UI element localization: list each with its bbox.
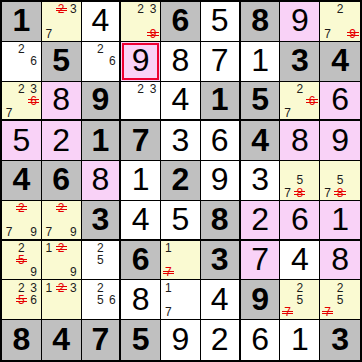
- cell-r4c5[interactable]: 3: [161, 121, 201, 161]
- solved-digit: 4: [291, 243, 309, 275]
- candidate-mark: 5: [294, 294, 306, 306]
- given-digit: 8: [211, 203, 229, 235]
- cell-r3c1[interactable]: 2367: [2, 82, 42, 122]
- cell-r4c8[interactable]: 8: [280, 121, 320, 161]
- candidate-mark-eliminated: 6: [28, 95, 40, 107]
- solved-digit: 3: [251, 163, 269, 195]
- cell-r1c8[interactable]: 9: [280, 2, 320, 42]
- solved-digit: 6: [251, 323, 269, 355]
- given-digit: 4: [52, 323, 70, 355]
- cell-r7c5[interactable]: 17: [161, 241, 201, 281]
- cell-r5c1[interactable]: 4: [2, 161, 42, 201]
- cell-r4c1[interactable]: 5: [2, 121, 42, 161]
- solved-digit: 9: [132, 44, 150, 76]
- candidate-grid: 2367: [3, 83, 40, 119]
- candidate-mark-eliminated: 8: [334, 187, 347, 199]
- cell-r4c4[interactable]: 7: [121, 121, 161, 161]
- candidate-mark: 1: [43, 242, 55, 254]
- candidate-mark: 7: [3, 107, 15, 119]
- cell-r8c4[interactable]: 8: [121, 280, 161, 320]
- solved-digit: 5: [12, 124, 30, 156]
- cell-r8c9[interactable]: 257: [320, 280, 360, 320]
- cell-r9c5[interactable]: 9: [161, 320, 201, 360]
- given-digit: 1: [12, 4, 30, 36]
- cell-r9c8[interactable]: 1: [280, 320, 320, 360]
- candidate-mark: 2: [15, 43, 27, 55]
- candidate-mark: 2: [294, 281, 306, 293]
- cell-r3c3[interactable]: 9: [82, 82, 122, 122]
- solved-digit: 5: [172, 203, 190, 235]
- cell-r6c4[interactable]: 4: [121, 201, 161, 241]
- solved-digit: 4: [132, 203, 150, 235]
- given-digit: 9: [251, 283, 269, 315]
- cell-r9c3[interactable]: 7: [82, 320, 122, 360]
- cell-r2c4[interactable]: 9: [121, 42, 161, 82]
- candidate-grid: 578: [321, 162, 359, 199]
- solved-digit: 9: [331, 124, 349, 156]
- cell-r7c9[interactable]: 8: [320, 241, 360, 281]
- cell-r9c7[interactable]: 6: [241, 320, 281, 360]
- candidate-mark: 2: [94, 43, 106, 55]
- cell-r3c8[interactable]: 267: [280, 82, 320, 122]
- cell-r7c2[interactable]: 129: [42, 241, 82, 281]
- candidate-mark: 5: [334, 294, 347, 306]
- given-digit: 8: [251, 4, 269, 36]
- candidate-grid: 239: [122, 3, 159, 40]
- candidate-mark-eliminated: 7: [281, 306, 293, 318]
- cell-r2c7[interactable]: 1: [241, 42, 281, 82]
- cell-r5c3[interactable]: 8: [82, 161, 122, 201]
- cell-r9c4[interactable]: 5: [121, 320, 161, 360]
- solved-digit: 6: [291, 203, 309, 235]
- cell-r4c9[interactable]: 9: [320, 121, 360, 161]
- cell-r6c3[interactable]: 3: [82, 201, 122, 241]
- candidate-mark: 2: [15, 83, 27, 95]
- cell-r3c5[interactable]: 4: [161, 82, 201, 122]
- candidate-mark: 3: [147, 83, 159, 95]
- candidate-mark: 7: [162, 306, 174, 318]
- solved-digit: 4: [172, 83, 190, 115]
- given-digit: 5: [52, 44, 70, 76]
- cell-r1c2[interactable]: 237: [42, 2, 82, 42]
- candidate-mark: 3: [28, 83, 40, 95]
- cell-r2c8[interactable]: 3: [280, 42, 320, 82]
- cell-r1c9[interactable]: 279: [320, 2, 360, 42]
- solved-digit: 9: [291, 4, 309, 36]
- solved-digit: 8: [52, 83, 70, 115]
- cell-r2c6[interactable]: 7: [201, 42, 241, 82]
- cell-r8c7[interactable]: 9: [241, 280, 281, 320]
- candidate-mark: 9: [67, 226, 79, 238]
- candidate-mark: 3: [67, 3, 79, 15]
- cell-r2c3[interactable]: 26: [82, 42, 122, 82]
- candidate-mark: 5: [294, 174, 306, 186]
- cell-r1c6[interactable]: 5: [201, 2, 241, 42]
- cell-r8c6[interactable]: 4: [201, 280, 241, 320]
- solved-digit: 6: [331, 83, 349, 115]
- given-digit: 8: [12, 323, 30, 355]
- solved-digit: 3: [172, 124, 190, 156]
- cell-r5c5[interactable]: 2: [161, 161, 201, 201]
- cell-r4c6[interactable]: 6: [201, 121, 241, 161]
- solved-digit: 8: [172, 44, 190, 76]
- cell-r5c6[interactable]: 9: [201, 161, 241, 201]
- candidate-grid: 129: [43, 242, 80, 279]
- cell-r2c9[interactable]: 4: [320, 42, 360, 82]
- cell-r8c3[interactable]: 256: [82, 280, 122, 320]
- cell-r7c6[interactable]: 3: [201, 241, 241, 281]
- cell-r5c4[interactable]: 1: [121, 161, 161, 201]
- candidate-mark: 6: [106, 55, 118, 67]
- solved-digit: 1: [331, 203, 349, 235]
- candidate-mark-eliminated: 9: [147, 28, 159, 40]
- candidate-mark: 2: [334, 3, 347, 15]
- candidate-mark: 7: [43, 28, 55, 40]
- cell-r9c9[interactable]: 3: [320, 320, 360, 360]
- candidate-grid: 23: [122, 83, 159, 119]
- candidate-mark-eliminated: 5: [15, 254, 27, 266]
- candidate-grid: 123: [43, 281, 80, 318]
- cell-r1c1[interactable]: 1: [2, 2, 42, 42]
- candidate-mark: 7: [3, 226, 15, 238]
- candidate-grid: 267: [281, 83, 318, 119]
- solved-digit: 8: [132, 283, 150, 315]
- solved-digit: 8: [291, 124, 309, 156]
- cell-r4c7[interactable]: 4: [241, 121, 281, 161]
- candidate-mark: 9: [28, 226, 40, 238]
- cell-r4c2[interactable]: 2: [42, 121, 82, 161]
- candidate-mark: 5: [94, 294, 106, 306]
- given-digit: 7: [92, 323, 110, 355]
- solved-digit: 5: [211, 4, 229, 36]
- cell-r6c7[interactable]: 2: [241, 201, 281, 241]
- candidate-mark-eliminated: 7: [321, 306, 334, 318]
- given-digit: 3: [331, 323, 349, 355]
- candidate-grid: 259: [3, 242, 40, 279]
- solved-digit: 9: [172, 323, 190, 355]
- cell-r5c7[interactable]: 3: [241, 161, 281, 201]
- candidate-mark: 5: [334, 174, 347, 186]
- solved-digit: 8: [92, 163, 110, 195]
- candidate-grid: 26: [3, 43, 40, 80]
- given-digit: 9: [92, 83, 110, 115]
- solved-digit: 2: [211, 323, 229, 355]
- cell-r7c4[interactable]: 6: [121, 241, 161, 281]
- solved-digit: 7: [251, 243, 269, 275]
- candidate-mark: 7: [43, 226, 55, 238]
- cell-r4c3[interactable]: 1: [82, 121, 122, 161]
- candidate-mark: 2: [15, 281, 27, 293]
- cell-r6c2[interactable]: 279: [42, 201, 82, 241]
- given-digit: 6: [52, 163, 70, 195]
- cell-r8c1[interactable]: 2356: [2, 280, 42, 320]
- candidate-mark: 6: [28, 294, 40, 306]
- cell-r6c5[interactable]: 5: [161, 201, 201, 241]
- cell-r9c6[interactable]: 2: [201, 320, 241, 360]
- candidate-mark: 9: [67, 266, 79, 278]
- candidate-mark: 2: [135, 83, 147, 95]
- given-digit: 1: [92, 124, 110, 156]
- cell-r8c5[interactable]: 17: [161, 280, 201, 320]
- candidate-grid: 256: [83, 281, 119, 318]
- solved-digit: 8: [331, 243, 349, 275]
- cell-r6c9[interactable]: 1: [320, 201, 360, 241]
- cell-r5c2[interactable]: 6: [42, 161, 82, 201]
- cell-r9c2[interactable]: 4: [42, 320, 82, 360]
- candidate-grid: 2356: [3, 281, 40, 318]
- candidate-grid: 279: [43, 202, 80, 238]
- solved-digit: 4: [92, 4, 110, 36]
- candidate-mark: 1: [162, 281, 174, 293]
- candidate-grid: 26: [83, 43, 119, 80]
- candidate-grid: 279: [321, 3, 359, 40]
- candidate-mark: 2: [334, 281, 347, 293]
- cell-r1c5[interactable]: 6: [161, 2, 201, 42]
- given-digit: 2: [172, 163, 190, 195]
- solved-digit: 9: [211, 163, 229, 195]
- given-digit: 4: [251, 124, 269, 156]
- candidate-mark-eliminated: 7: [162, 266, 174, 278]
- candidate-grid: 237: [43, 3, 80, 40]
- candidate-mark: 7: [281, 187, 293, 199]
- solved-digit: 1: [251, 44, 269, 76]
- given-digit: 3: [92, 203, 110, 235]
- solved-digit: 1: [132, 163, 150, 195]
- candidate-mark: 1: [162, 242, 174, 254]
- given-digit: 3: [291, 44, 309, 76]
- cell-r8c8[interactable]: 257: [280, 280, 320, 320]
- candidate-mark-eliminated: 2: [15, 202, 27, 214]
- given-digit: 1: [211, 83, 229, 115]
- candidate-grid: 257: [281, 281, 318, 318]
- given-digit: 7: [132, 124, 150, 156]
- solved-digit: 2: [52, 124, 70, 156]
- cell-r1c3[interactable]: 4: [82, 2, 122, 42]
- candidate-mark-eliminated: 5: [15, 294, 27, 306]
- candidate-mark-eliminated: 9: [346, 28, 359, 40]
- cell-r5c9[interactable]: 578: [320, 161, 360, 201]
- cell-r6c8[interactable]: 6: [280, 201, 320, 241]
- candidate-grid: 578: [281, 162, 318, 199]
- candidate-mark: 3: [67, 281, 79, 293]
- given-digit: 3: [211, 243, 229, 275]
- candidate-mark-eliminated: 2: [55, 202, 67, 214]
- cell-r3c9[interactable]: 6: [320, 82, 360, 122]
- cell-r3c6[interactable]: 1: [201, 82, 241, 122]
- solved-digit: 6: [211, 124, 229, 156]
- candidate-mark-eliminated: 2: [55, 242, 67, 254]
- cell-r7c3[interactable]: 25: [82, 241, 122, 281]
- candidate-mark: 5: [94, 254, 106, 266]
- cell-r1c4[interactable]: 239: [121, 2, 161, 42]
- candidate-mark-eliminated: 8: [294, 187, 306, 199]
- cell-r2c2[interactable]: 5: [42, 42, 82, 82]
- cell-r3c4[interactable]: 23: [121, 82, 161, 122]
- cell-r1c7[interactable]: 8: [241, 2, 281, 42]
- candidate-grid: 279: [3, 202, 40, 238]
- solved-digit: 1: [291, 323, 309, 355]
- candidate-mark: 6: [28, 55, 40, 67]
- candidate-mark: 2: [135, 3, 147, 15]
- candidate-mark: 3: [147, 3, 159, 15]
- candidate-mark-eliminated: 2: [55, 281, 67, 293]
- cell-r9c1[interactable]: 8: [2, 320, 42, 360]
- cell-r7c1[interactable]: 259: [2, 241, 42, 281]
- given-digit: 4: [331, 44, 349, 76]
- candidate-mark: 2: [294, 83, 306, 95]
- candidate-mark: 9: [28, 266, 40, 278]
- given-digit: 5: [251, 83, 269, 115]
- sudoku-board: 1237423965892792652698713423678923415267…: [0, 0, 362, 362]
- cell-r2c1[interactable]: 26: [2, 42, 42, 82]
- candidate-mark: 7: [321, 187, 334, 199]
- given-digit: 6: [172, 4, 190, 36]
- candidate-mark: 7: [281, 107, 293, 119]
- candidate-grid: 25: [83, 242, 119, 279]
- solved-digit: 4: [211, 283, 229, 315]
- candidate-mark: 7: [321, 28, 334, 40]
- cell-r7c8[interactable]: 4: [280, 241, 320, 281]
- candidate-mark-eliminated: 2: [55, 3, 67, 15]
- candidate-mark: 3: [28, 281, 40, 293]
- candidate-grid: 257: [321, 281, 359, 318]
- given-digit: 6: [132, 243, 150, 275]
- candidate-mark: 1: [43, 281, 55, 293]
- candidate-mark: 2: [94, 281, 106, 293]
- cell-r6c6[interactable]: 8: [201, 201, 241, 241]
- candidate-grid: 17: [162, 281, 199, 318]
- cell-r7c7[interactable]: 7: [241, 241, 281, 281]
- cell-r3c2[interactable]: 8: [42, 82, 82, 122]
- candidate-grid: 17: [162, 242, 199, 279]
- candidate-mark: 6: [106, 294, 118, 306]
- cell-r3c7[interactable]: 5: [241, 82, 281, 122]
- given-digit: 4: [12, 163, 30, 195]
- cell-r8c2[interactable]: 123: [42, 280, 82, 320]
- cell-r2c5[interactable]: 8: [161, 42, 201, 82]
- solved-digit: 7: [211, 44, 229, 76]
- cell-r6c1[interactable]: 279: [2, 201, 42, 241]
- given-digit: 5: [132, 323, 150, 355]
- cell-r5c8[interactable]: 578: [280, 161, 320, 201]
- candidate-mark-eliminated: 6: [306, 95, 318, 107]
- solved-digit: 2: [251, 203, 269, 235]
